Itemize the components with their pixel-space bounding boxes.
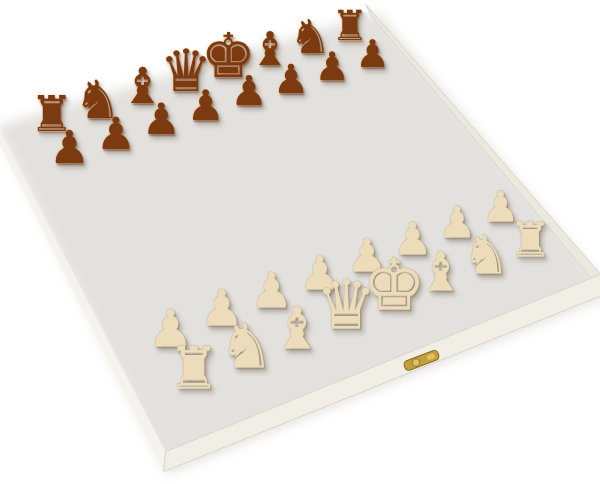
piece-white-rook[interactable]: ♜ xyxy=(509,216,552,264)
piece-black-pawn[interactable]: ♟ xyxy=(96,111,136,155)
piece-white-knight[interactable]: ♞ xyxy=(462,228,510,282)
piece-black-pawn[interactable]: ♟ xyxy=(315,47,350,86)
piece-black-pawn[interactable]: ♟ xyxy=(49,125,90,171)
chess-set-photo: ♜♞♝♛♚♝♞♜♟♟♟♟♟♟♟♟♟♟♟♟♟♟♟♟♜♞♝♛♚♝♞♜ xyxy=(0,0,600,484)
piece-white-bishop[interactable]: ♝ xyxy=(417,246,465,299)
piece-black-pawn[interactable]: ♟ xyxy=(187,85,225,127)
piece-black-pawn[interactable]: ♟ xyxy=(273,59,309,99)
piece-black-pawn[interactable]: ♟ xyxy=(355,35,389,73)
piece-black-pawn[interactable]: ♟ xyxy=(142,98,181,141)
piece-white-rook[interactable]: ♜ xyxy=(168,339,220,397)
piece-white-knight[interactable]: ♞ xyxy=(218,315,273,377)
piece-black-pawn[interactable]: ♟ xyxy=(230,72,267,113)
